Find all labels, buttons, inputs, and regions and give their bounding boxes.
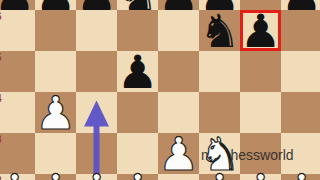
piece-white-pawn-e3[interactable]: ♟: [158, 133, 199, 174]
square-a5[interactable]: [0, 51, 35, 92]
piece-white-pawn-b4[interactable]: ♟: [35, 92, 76, 133]
square-e5[interactable]: [158, 51, 199, 92]
piece-white-pawn-b2[interactable]: ♟: [35, 170, 76, 180]
piece-black-pawn-e7[interactable]: ♟: [158, 0, 199, 14]
piece-white-pawn-g2[interactable]: ♟: [240, 170, 281, 180]
piece-white-pawn-d2[interactable]: ♟: [117, 170, 158, 180]
chess-video-frame: ♟♟♟♞♟♟♟♞♟♟♟♟♞♟♟♟♟♟♟♟ 65432 mc.chessworld: [0, 0, 320, 180]
piece-black-knight-d7[interactable]: ♞: [117, 0, 158, 14]
piece-black-knight-f6[interactable]: ♞: [199, 10, 240, 51]
piece-black-pawn-g6[interactable]: ♟: [240, 10, 281, 51]
square-h5[interactable]: [281, 51, 320, 92]
piece-white-pawn-c2[interactable]: ♟: [76, 170, 117, 180]
square-c4[interactable]: [76, 92, 117, 133]
piece-black-pawn-h7[interactable]: ♟: [281, 0, 320, 14]
piece-white-pawn-a2[interactable]: ♟: [0, 170, 35, 180]
piece-white-pawn-f2[interactable]: ♟: [199, 170, 240, 180]
piece-black-pawn-c7[interactable]: ♟: [76, 0, 117, 14]
piece-black-pawn-a7[interactable]: ♟: [0, 0, 35, 14]
piece-black-pawn-d5[interactable]: ♟: [117, 51, 158, 92]
square-a4[interactable]: [0, 92, 35, 133]
square-g4[interactable]: [240, 92, 281, 133]
square-h4[interactable]: [281, 92, 320, 133]
piece-black-pawn-b7[interactable]: ♟: [35, 0, 76, 14]
square-c5[interactable]: [76, 51, 117, 92]
piece-white-pawn-h2[interactable]: ♟: [281, 170, 320, 180]
